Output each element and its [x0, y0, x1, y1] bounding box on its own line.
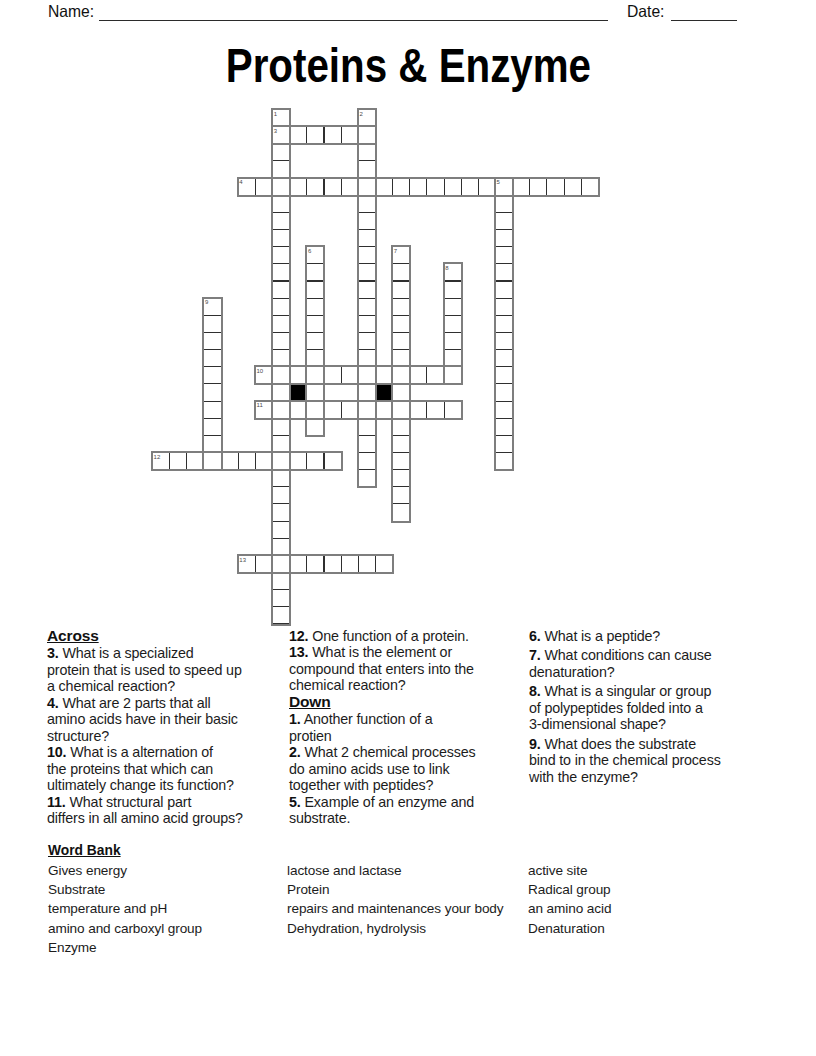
clue-10: 10. What is a alternation of the protein…: [47, 744, 291, 793]
clue-6: 6. What is a peptide?: [529, 628, 773, 644]
clue-13: 13. What is the element or compound that…: [289, 644, 533, 693]
word-outline-5-down: [494, 177, 514, 472]
clues-header-down: Down: [289, 694, 533, 710]
word-bank-item: Protein: [287, 880, 504, 899]
clue-number-label: 1.: [289, 711, 301, 727]
clue-5: 5. Example of an enzyme and substrate.: [289, 794, 533, 827]
clue-number-label: 10.: [47, 744, 66, 760]
clue-1: 1. Another function of a protien: [289, 711, 533, 744]
word-bank-item: Dehydration, hydrolysis: [287, 919, 504, 938]
clue-number-6: 6: [308, 248, 311, 254]
clue-number-label: 4.: [47, 695, 59, 711]
clue-text: Example of an enzyme and substrate.: [289, 794, 474, 826]
word-bank-item: Denaturation: [528, 919, 611, 938]
clue-text: What is a alternation of the proteins th…: [47, 744, 234, 793]
word-outline-2-down: [357, 108, 377, 488]
clue-text: What is a singular or group of polypepti…: [529, 683, 711, 732]
clue-number-5: 5: [497, 179, 500, 185]
word-bank-item: Substrate: [48, 880, 202, 899]
word-bank-item: active site: [528, 861, 611, 880]
clue-8: 8. What is a singular or group of polype…: [529, 683, 773, 732]
clue-number-7: 7: [394, 248, 397, 254]
clues-header-across: Across: [47, 628, 291, 644]
clue-7: 7. What conditions can cause denaturatio…: [529, 647, 773, 680]
clue-text: What is the element or compound that ent…: [289, 644, 474, 693]
clue-number-label: 13.: [289, 644, 308, 660]
clues-column-3: 6. What is a peptide?7. What conditions …: [529, 628, 773, 788]
clue-number-4: 4: [239, 179, 242, 185]
word-bank-item: an amino acid: [528, 899, 611, 918]
clue-12: 12. One function of a protein.: [289, 628, 533, 644]
clue-text: What is a specialized protein that is us…: [47, 645, 242, 694]
word-outline-12-across: [151, 451, 343, 471]
word-bank-column-2: lactose and lactaseProteinrepairs and ma…: [287, 861, 504, 938]
clues-column-1: Across3. What is a specialized protein t…: [47, 628, 291, 826]
clues-column-2: 12. One function of a protein.13. What i…: [289, 628, 533, 826]
word-bank-item: temperature and pH: [48, 899, 202, 918]
word-bank-header: Word Bank: [48, 843, 121, 858]
clue-number-9: 9: [205, 299, 208, 305]
clue-number-10: 10: [257, 368, 264, 374]
clue-number-1: 1: [274, 111, 277, 117]
clue-11: 11. What structural part differs in all …: [47, 794, 291, 827]
word-outline-4-across: [237, 177, 600, 197]
clue-text: What 2 chemical processes do amino acids…: [289, 744, 476, 793]
clue-text: What structural part differs in all amin…: [47, 794, 243, 826]
word-bank-item: Gives energy: [48, 861, 202, 880]
word-outline-13-across: [237, 554, 394, 574]
clue-number-label: 7.: [529, 647, 541, 663]
clue-4: 4. What are 2 parts that all amino acids…: [47, 695, 291, 744]
clue-text: What conditions can cause denaturation?: [529, 647, 712, 679]
word-bank-item: repairs and maintenances your body: [287, 899, 504, 918]
clue-number-12: 12: [154, 454, 161, 460]
clue-number-label: 2.: [289, 744, 301, 760]
clue-text: Another function of a protien: [289, 711, 432, 743]
word-bank-column-1: Gives energySubstratetemperature and pHa…: [48, 861, 202, 957]
word-outline-9-down: [202, 297, 222, 472]
clue-number-label: 9.: [529, 736, 541, 752]
clue-number-label: 12.: [289, 628, 308, 644]
clue-number-11: 11: [257, 402, 263, 408]
clue-text: What does the substrate bind to in the c…: [529, 736, 721, 785]
word-bank-item: Radical group: [528, 880, 611, 899]
clue-number-label: 6.: [529, 628, 541, 644]
word-bank-column-3: active siteRadical groupan amino acidDen…: [528, 861, 611, 938]
word-outline-7-down: [391, 245, 411, 522]
word-outline-6-down: [305, 245, 325, 437]
worksheet-page: Name: Date: Proteins & Enzyme 3410111213…: [0, 0, 816, 1056]
clue-2: 2. What 2 chemical processes do amino ac…: [289, 744, 533, 793]
clue-number-label: 8.: [529, 683, 541, 699]
clue-text: What are 2 parts that all amino acids ha…: [47, 695, 238, 744]
word-outline-1-down: [271, 108, 291, 626]
word-bank-item: Enzyme: [48, 938, 202, 957]
word-bank-item: lactose and lactase: [287, 861, 504, 880]
clue-number-2: 2: [359, 111, 362, 117]
clue-text: One function of a protein.: [312, 628, 469, 644]
clue-text: What is a peptide?: [544, 628, 660, 644]
clue-number-label: 11.: [47, 794, 66, 810]
word-bank-item: amino and carboxyl group: [48, 919, 202, 938]
clue-number-label: 3.: [47, 645, 59, 661]
clue-3: 3. What is a specialized protein that is…: [47, 645, 291, 694]
word-outline-8-down: [443, 262, 463, 385]
clue-number-8: 8: [445, 265, 448, 271]
clue-number-13: 13: [239, 557, 246, 563]
clue-number-label: 5.: [289, 794, 301, 810]
clue-9: 9. What does the substrate bind to in th…: [529, 736, 773, 785]
